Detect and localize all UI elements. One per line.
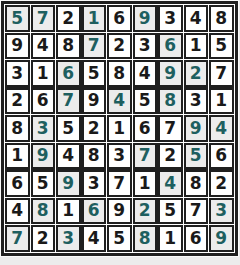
- cell-r4c5[interactable]: 4: [107, 88, 132, 115]
- cell-r9c6[interactable]: 8: [133, 225, 158, 252]
- cell-r9c7[interactable]: 1: [158, 225, 183, 252]
- cell-r7c6[interactable]: 1: [133, 170, 158, 197]
- cell-r6c3[interactable]: 4: [56, 143, 81, 170]
- cell-r6c9[interactable]: 6: [209, 143, 234, 170]
- cell-r9c3[interactable]: 3: [56, 225, 81, 252]
- cell-r9c8[interactable]: 6: [184, 225, 209, 252]
- cell-r4c3[interactable]: 7: [56, 88, 81, 115]
- cell-r1c4[interactable]: 1: [82, 5, 107, 32]
- cell-r5c8[interactable]: 9: [184, 115, 209, 142]
- cell-r2c8[interactable]: 1: [184, 33, 209, 60]
- cell-r3c8[interactable]: 2: [184, 60, 209, 87]
- cell-r5c6[interactable]: 6: [133, 115, 158, 142]
- cell-r5c3[interactable]: 5: [56, 115, 81, 142]
- cell-r7c3[interactable]: 9: [56, 170, 81, 197]
- cell-r3c7[interactable]: 9: [158, 60, 183, 87]
- cell-r3c5[interactable]: 8: [107, 60, 132, 87]
- cell-r6c8[interactable]: 5: [184, 143, 209, 170]
- cell-r4c8[interactable]: 3: [184, 88, 209, 115]
- cell-r1c3[interactable]: 2: [56, 5, 81, 32]
- cell-r1c6[interactable]: 9: [133, 5, 158, 32]
- cell-r7c9[interactable]: 2: [209, 170, 234, 197]
- cell-r3c4[interactable]: 5: [82, 60, 107, 87]
- cell-r2c7[interactable]: 6: [158, 33, 183, 60]
- cell-r6c4[interactable]: 8: [82, 143, 107, 170]
- cell-r4c2[interactable]: 6: [31, 88, 56, 115]
- cell-r4c4[interactable]: 9: [82, 88, 107, 115]
- cell-r4c6[interactable]: 5: [133, 88, 158, 115]
- cell-r9c1[interactable]: 7: [5, 225, 30, 252]
- cell-r1c2[interactable]: 7: [31, 5, 56, 32]
- cell-r7c5[interactable]: 7: [107, 170, 132, 197]
- cell-r1c9[interactable]: 8: [209, 5, 234, 32]
- cell-r9c2[interactable]: 2: [31, 225, 56, 252]
- cell-r3c9[interactable]: 7: [209, 60, 234, 87]
- cell-r5c4[interactable]: 2: [82, 115, 107, 142]
- cell-r6c2[interactable]: 9: [31, 143, 56, 170]
- cell-r9c9[interactable]: 9: [209, 225, 234, 252]
- cell-r3c3[interactable]: 6: [56, 60, 81, 87]
- cell-r7c7[interactable]: 4: [158, 170, 183, 197]
- cell-r1c1[interactable]: 5: [5, 5, 30, 32]
- cell-r3c2[interactable]: 1: [31, 60, 56, 87]
- cell-r8c1[interactable]: 4: [5, 198, 30, 225]
- cell-r2c5[interactable]: 2: [107, 33, 132, 60]
- cell-r8c6[interactable]: 2: [133, 198, 158, 225]
- cell-r6c1[interactable]: 1: [5, 143, 30, 170]
- cell-r7c8[interactable]: 8: [184, 170, 209, 197]
- cell-r2c1[interactable]: 9: [5, 33, 30, 60]
- cell-r5c7[interactable]: 7: [158, 115, 183, 142]
- sudoku-board: 5721693489487236153165849272679458318352…: [1, 1, 238, 256]
- cell-r8c5[interactable]: 9: [107, 198, 132, 225]
- cell-r2c3[interactable]: 8: [56, 33, 81, 60]
- cell-r5c1[interactable]: 8: [5, 115, 30, 142]
- cell-r1c5[interactable]: 6: [107, 5, 132, 32]
- cell-r8c3[interactable]: 1: [56, 198, 81, 225]
- cell-r8c7[interactable]: 5: [158, 198, 183, 225]
- cell-r4c7[interactable]: 8: [158, 88, 183, 115]
- cell-r1c7[interactable]: 3: [158, 5, 183, 32]
- cell-r3c6[interactable]: 4: [133, 60, 158, 87]
- cell-r8c2[interactable]: 8: [31, 198, 56, 225]
- cell-r2c6[interactable]: 3: [133, 33, 158, 60]
- cell-r7c4[interactable]: 3: [82, 170, 107, 197]
- cell-r4c1[interactable]: 2: [5, 88, 30, 115]
- cell-r2c9[interactable]: 5: [209, 33, 234, 60]
- cell-r5c5[interactable]: 1: [107, 115, 132, 142]
- cell-r2c4[interactable]: 7: [82, 33, 107, 60]
- cell-r5c9[interactable]: 4: [209, 115, 234, 142]
- cell-r8c9[interactable]: 3: [209, 198, 234, 225]
- cell-r8c4[interactable]: 6: [82, 198, 107, 225]
- cell-r6c7[interactable]: 2: [158, 143, 183, 170]
- cell-r6c5[interactable]: 3: [107, 143, 132, 170]
- cell-r2c2[interactable]: 4: [31, 33, 56, 60]
- cell-r5c2[interactable]: 3: [31, 115, 56, 142]
- cell-r9c4[interactable]: 4: [82, 225, 107, 252]
- cell-r8c8[interactable]: 7: [184, 198, 209, 225]
- cell-r6c6[interactable]: 7: [133, 143, 158, 170]
- cell-r1c8[interactable]: 4: [184, 5, 209, 32]
- cell-r7c1[interactable]: 6: [5, 170, 30, 197]
- cell-r4c9[interactable]: 1: [209, 88, 234, 115]
- cell-r9c5[interactable]: 5: [107, 225, 132, 252]
- cell-r3c1[interactable]: 3: [5, 60, 30, 87]
- cell-r7c2[interactable]: 5: [31, 170, 56, 197]
